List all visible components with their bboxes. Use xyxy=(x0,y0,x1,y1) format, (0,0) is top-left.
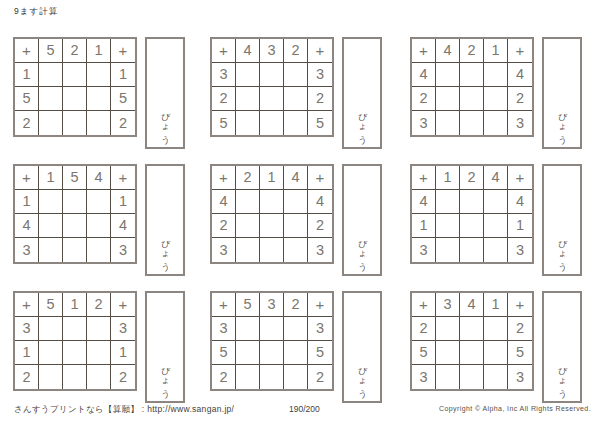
answer-cell[interactable] xyxy=(460,190,484,214)
answer-cell[interactable] xyxy=(436,341,460,365)
operator-cell: + xyxy=(111,166,135,190)
left-header-cell: 2 xyxy=(15,111,39,135)
left-header-cell: 5 xyxy=(212,111,236,135)
top-header-cell: 1 xyxy=(39,166,63,190)
answer-cell[interactable] xyxy=(484,317,508,341)
top-header-cell: 5 xyxy=(63,166,87,190)
timer-box[interactable]: びょう xyxy=(542,291,582,403)
footer-page-number: 190/200 xyxy=(289,404,320,414)
top-header-cell: 5 xyxy=(39,293,63,317)
answer-cell[interactable] xyxy=(260,63,284,87)
top-header-cell: 1 xyxy=(484,39,508,63)
right-header-cell: 1 xyxy=(111,341,135,365)
answer-cell[interactable] xyxy=(87,63,111,87)
operator-cell: + xyxy=(15,166,39,190)
top-header-cell: 1 xyxy=(484,293,508,317)
right-header-cell: 2 xyxy=(111,111,135,135)
left-header-cell: 1 xyxy=(15,63,39,87)
puzzle-grid-4: +154+114433 xyxy=(13,164,137,264)
answer-cell[interactable] xyxy=(39,238,63,262)
operator-cell: + xyxy=(308,293,332,317)
left-header-cell: 3 xyxy=(412,365,436,389)
answer-cell[interactable] xyxy=(87,214,111,238)
answer-cell[interactable] xyxy=(460,341,484,365)
right-header-cell: 5 xyxy=(308,111,332,135)
answer-cell[interactable] xyxy=(460,317,484,341)
timer-seconds-label: びょう xyxy=(556,106,569,140)
operator-cell: + xyxy=(212,39,236,63)
top-header-cell: 2 xyxy=(284,39,308,63)
answer-cell[interactable] xyxy=(484,190,508,214)
top-header-cell: 2 xyxy=(236,166,260,190)
operator-cell: + xyxy=(111,293,135,317)
right-header-cell: 3 xyxy=(508,111,532,135)
right-header-cell: 2 xyxy=(508,317,532,341)
answer-cell[interactable] xyxy=(260,190,284,214)
answer-cell[interactable] xyxy=(436,317,460,341)
answer-cell[interactable] xyxy=(260,238,284,262)
left-header-cell: 4 xyxy=(412,63,436,87)
right-header-cell: 3 xyxy=(308,63,332,87)
puzzle-grid-9: +341+225533 xyxy=(410,291,534,391)
answer-cell[interactable] xyxy=(236,238,260,262)
answer-cell[interactable] xyxy=(460,87,484,111)
answer-cell[interactable] xyxy=(284,87,308,111)
right-header-cell: 3 xyxy=(508,365,532,389)
left-header-cell: 5 xyxy=(412,341,436,365)
puzzle-block-6: +124+441133びょう xyxy=(410,164,582,276)
answer-cell[interactable] xyxy=(260,317,284,341)
timer-box[interactable]: びょう xyxy=(342,291,382,403)
answer-cell[interactable] xyxy=(236,190,260,214)
top-header-cell: 4 xyxy=(284,166,308,190)
answer-cell[interactable] xyxy=(236,341,260,365)
puzzle-block-2: +432+332255びょう xyxy=(210,37,382,149)
right-header-cell: 2 xyxy=(308,214,332,238)
left-header-cell: 2 xyxy=(212,214,236,238)
answer-cell[interactable] xyxy=(436,111,460,135)
left-header-cell: 2 xyxy=(212,365,236,389)
left-header-cell: 3 xyxy=(15,238,39,262)
puzzle-block-4: +154+114433びょう xyxy=(13,164,185,276)
answer-cell[interactable] xyxy=(484,63,508,87)
right-header-cell: 4 xyxy=(508,63,532,87)
answer-cell[interactable] xyxy=(63,87,87,111)
top-header-cell: 1 xyxy=(87,39,111,63)
answer-cell[interactable] xyxy=(63,63,87,87)
right-header-cell: 1 xyxy=(111,63,135,87)
answer-cell[interactable] xyxy=(63,214,87,238)
puzzle-grid-1: +521+115522 xyxy=(13,37,137,137)
answer-cell[interactable] xyxy=(284,365,308,389)
left-header-cell: 3 xyxy=(15,317,39,341)
puzzle-block-3: +421+442233びょう xyxy=(410,37,582,149)
answer-cell[interactable] xyxy=(260,214,284,238)
operator-cell: + xyxy=(412,293,436,317)
answer-cell[interactable] xyxy=(436,63,460,87)
top-header-cell: 3 xyxy=(436,293,460,317)
timer-box[interactable]: びょう xyxy=(145,37,185,149)
answer-cell[interactable] xyxy=(436,238,460,262)
timer-seconds-label: びょう xyxy=(556,233,569,267)
operator-cell: + xyxy=(308,39,332,63)
timer-box[interactable]: びょう xyxy=(542,37,582,149)
answer-cell[interactable] xyxy=(39,317,63,341)
operator-cell: + xyxy=(212,166,236,190)
left-header-cell: 5 xyxy=(15,87,39,111)
left-header-cell: 5 xyxy=(212,341,236,365)
timer-seconds-label: びょう xyxy=(356,360,369,394)
right-header-cell: 5 xyxy=(308,341,332,365)
operator-cell: + xyxy=(15,293,39,317)
operator-cell: + xyxy=(15,39,39,63)
operator-cell: + xyxy=(508,39,532,63)
top-header-cell: 5 xyxy=(236,293,260,317)
footer-copyright: Copyright © Alpha, Inc All Rights Reserv… xyxy=(439,405,591,412)
answer-cell[interactable] xyxy=(236,111,260,135)
answer-cell[interactable] xyxy=(460,63,484,87)
answer-cell[interactable] xyxy=(39,190,63,214)
right-header-cell: 1 xyxy=(111,190,135,214)
top-header-cell: 2 xyxy=(460,166,484,190)
answer-cell[interactable] xyxy=(63,365,87,389)
right-header-cell: 2 xyxy=(508,87,532,111)
answer-cell[interactable] xyxy=(87,111,111,135)
left-header-cell: 4 xyxy=(15,214,39,238)
answer-cell[interactable] xyxy=(484,238,508,262)
timer-seconds-label: びょう xyxy=(556,360,569,394)
left-header-cell: 3 xyxy=(212,317,236,341)
answer-cell[interactable] xyxy=(236,87,260,111)
top-header-cell: 1 xyxy=(63,293,87,317)
right-header-cell: 3 xyxy=(111,317,135,341)
operator-cell: + xyxy=(412,166,436,190)
right-header-cell: 3 xyxy=(111,238,135,262)
top-header-cell: 5 xyxy=(39,39,63,63)
answer-cell[interactable] xyxy=(284,63,308,87)
top-header-cell: 4 xyxy=(87,166,111,190)
answer-cell[interactable] xyxy=(284,317,308,341)
left-header-cell: 2 xyxy=(212,87,236,111)
right-header-cell: 3 xyxy=(308,317,332,341)
answer-cell[interactable] xyxy=(284,238,308,262)
timer-seconds-label: びょう xyxy=(159,360,172,394)
right-header-cell: 4 xyxy=(308,190,332,214)
right-header-cell: 2 xyxy=(308,87,332,111)
answer-cell[interactable] xyxy=(484,87,508,111)
answer-cell[interactable] xyxy=(460,365,484,389)
top-header-cell: 3 xyxy=(260,39,284,63)
operator-cell: + xyxy=(111,39,135,63)
puzzle-grid-7: +512+331122 xyxy=(13,291,137,391)
timer-seconds-label: びょう xyxy=(356,106,369,140)
timer-box[interactable]: びょう xyxy=(145,164,185,276)
operator-cell: + xyxy=(508,166,532,190)
timer-box[interactable]: びょう xyxy=(542,164,582,276)
answer-cell[interactable] xyxy=(39,111,63,135)
left-header-cell: 2 xyxy=(412,317,436,341)
answer-cell[interactable] xyxy=(63,111,87,135)
right-header-cell: 5 xyxy=(111,87,135,111)
answer-cell[interactable] xyxy=(236,365,260,389)
left-header-cell: 2 xyxy=(412,87,436,111)
answer-cell[interactable] xyxy=(87,341,111,365)
right-header-cell: 4 xyxy=(111,214,135,238)
top-header-cell: 2 xyxy=(460,39,484,63)
answer-cell[interactable] xyxy=(484,341,508,365)
left-header-cell: 1 xyxy=(15,190,39,214)
timer-seconds-label: びょう xyxy=(159,106,172,140)
answer-cell[interactable] xyxy=(484,365,508,389)
answer-cell[interactable] xyxy=(436,214,460,238)
left-header-cell: 2 xyxy=(15,365,39,389)
answer-cell[interactable] xyxy=(260,365,284,389)
answer-cell[interactable] xyxy=(284,190,308,214)
puzzle-grid-5: +214+442233 xyxy=(210,164,334,264)
top-header-cell: 2 xyxy=(87,293,111,317)
timer-seconds-label: びょう xyxy=(159,233,172,267)
puzzle-block-5: +214+442233びょう xyxy=(210,164,382,276)
answer-cell[interactable] xyxy=(236,214,260,238)
puzzle-grid-6: +124+441133 xyxy=(410,164,534,264)
right-header-cell: 2 xyxy=(111,365,135,389)
right-header-cell: 2 xyxy=(308,365,332,389)
answer-cell[interactable] xyxy=(87,87,111,111)
timer-box[interactable]: びょう xyxy=(342,37,382,149)
left-header-cell: 4 xyxy=(212,190,236,214)
right-header-cell: 1 xyxy=(508,214,532,238)
left-header-cell: 1 xyxy=(412,214,436,238)
puzzle-block-9: +341+225533びょう xyxy=(410,291,582,403)
left-header-cell: 4 xyxy=(412,190,436,214)
answer-cell[interactable] xyxy=(460,111,484,135)
answer-cell[interactable] xyxy=(460,214,484,238)
answer-cell[interactable] xyxy=(39,87,63,111)
answer-cell[interactable] xyxy=(460,238,484,262)
answer-cell[interactable] xyxy=(236,63,260,87)
answer-cell[interactable] xyxy=(260,111,284,135)
answer-cell[interactable] xyxy=(63,238,87,262)
puzzle-block-8: +532+335522びょう xyxy=(210,291,382,403)
answer-cell[interactable] xyxy=(63,341,87,365)
puzzle-block-7: +512+331122びょう xyxy=(13,291,185,403)
answer-cell[interactable] xyxy=(87,238,111,262)
timer-seconds-label: びょう xyxy=(356,233,369,267)
left-header-cell: 3 xyxy=(412,238,436,262)
answer-cell[interactable] xyxy=(87,190,111,214)
top-header-cell: 4 xyxy=(236,39,260,63)
puzzle-grid-3: +421+442233 xyxy=(410,37,534,137)
footer-site-text: さんすうプリントなら【算願】 : http://www.sangan.jp/ xyxy=(14,404,234,416)
answer-cell[interactable] xyxy=(284,341,308,365)
answer-cell[interactable] xyxy=(87,365,111,389)
left-header-cell: 3 xyxy=(412,111,436,135)
footer: さんすうプリントなら【算願】 : http://www.sangan.jp/ 1… xyxy=(0,404,600,420)
top-header-cell: 1 xyxy=(260,166,284,190)
right-header-cell: 4 xyxy=(508,190,532,214)
answer-cell[interactable] xyxy=(436,190,460,214)
answer-cell[interactable] xyxy=(260,341,284,365)
top-header-cell: 4 xyxy=(436,39,460,63)
operator-cell: + xyxy=(508,293,532,317)
answer-cell[interactable] xyxy=(484,111,508,135)
operator-cell: + xyxy=(308,166,332,190)
left-header-cell: 3 xyxy=(212,63,236,87)
right-header-cell: 3 xyxy=(308,238,332,262)
answer-cell[interactable] xyxy=(484,214,508,238)
answer-cell[interactable] xyxy=(284,214,308,238)
answer-cell[interactable] xyxy=(39,341,63,365)
answer-cell[interactable] xyxy=(39,365,63,389)
answer-cell[interactable] xyxy=(39,63,63,87)
answer-cell[interactable] xyxy=(87,317,111,341)
top-header-cell: 1 xyxy=(436,166,460,190)
left-header-cell: 3 xyxy=(212,238,236,262)
puzzle-grid-8: +532+335522 xyxy=(210,291,334,391)
answer-cell[interactable] xyxy=(260,87,284,111)
puzzle-block-1: +521+115522びょう xyxy=(13,37,185,149)
puzzle-grid-2: +432+332255 xyxy=(210,37,334,137)
right-header-cell: 3 xyxy=(508,238,532,262)
timer-box[interactable]: びょう xyxy=(145,291,185,403)
page-title: 9ます計算 xyxy=(14,6,58,18)
answer-cell[interactable] xyxy=(63,317,87,341)
answer-cell[interactable] xyxy=(39,214,63,238)
top-header-cell: 4 xyxy=(460,293,484,317)
answer-cell[interactable] xyxy=(284,111,308,135)
answer-cell[interactable] xyxy=(236,317,260,341)
top-header-cell: 2 xyxy=(284,293,308,317)
operator-cell: + xyxy=(412,39,436,63)
answer-cell[interactable] xyxy=(63,190,87,214)
timer-box[interactable]: びょう xyxy=(342,164,382,276)
top-header-cell: 3 xyxy=(260,293,284,317)
answer-cell[interactable] xyxy=(436,365,460,389)
right-header-cell: 5 xyxy=(508,341,532,365)
answer-cell[interactable] xyxy=(436,87,460,111)
left-header-cell: 1 xyxy=(15,341,39,365)
operator-cell: + xyxy=(212,293,236,317)
top-header-cell: 2 xyxy=(63,39,87,63)
top-header-cell: 4 xyxy=(484,166,508,190)
